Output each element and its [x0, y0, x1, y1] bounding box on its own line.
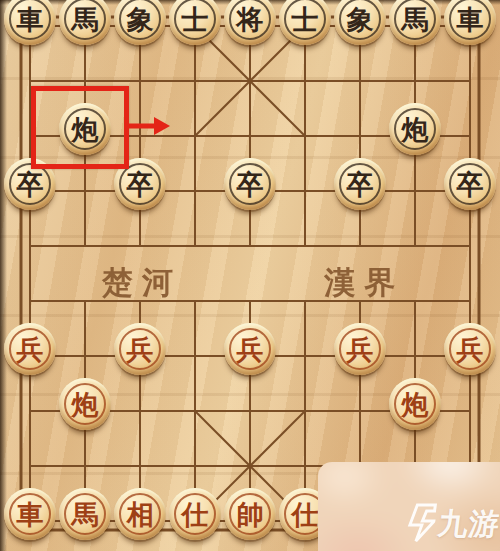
piece-red-仕[interactable]: 仕 [169, 488, 221, 540]
piece-glyph: 炮 [402, 391, 429, 418]
piece-glyph: 帥 [237, 501, 264, 528]
xiangqi-board-screenshot: 楚河 漢界 車馬象士将士象馬車炮炮卒卒卒卒卒兵兵兵兵兵炮炮車馬相仕帥仕相馬車 九… [0, 0, 500, 551]
piece-glyph: 象 [347, 6, 374, 33]
piece-glyph: 兵 [17, 336, 44, 363]
piece-black-卒[interactable]: 卒 [334, 158, 386, 210]
piece-black-炮[interactable]: 炮 [389, 103, 441, 155]
piece-glyph: 馬 [72, 501, 99, 528]
piece-red-兵[interactable]: 兵 [444, 323, 496, 375]
jiuyou-logo-icon [404, 503, 437, 545]
river-label-chu-he: 楚河 [102, 262, 182, 304]
piece-glyph: 将 [237, 6, 264, 33]
piece-glyph: 兵 [347, 336, 374, 363]
piece-glyph: 馬 [402, 6, 429, 33]
piece-glyph: 車 [457, 6, 484, 33]
piece-black-卒[interactable]: 卒 [224, 158, 276, 210]
piece-red-馬[interactable]: 馬 [59, 488, 111, 540]
piece-glyph: 炮 [402, 116, 429, 143]
piece-glyph: 士 [292, 6, 319, 33]
piece-red-炮[interactable]: 炮 [389, 378, 441, 430]
piece-red-兵[interactable]: 兵 [4, 323, 56, 375]
piece-glyph: 象 [127, 6, 154, 33]
piece-glyph: 士 [182, 6, 209, 33]
piece-red-相[interactable]: 相 [114, 488, 166, 540]
piece-glyph: 卒 [347, 171, 374, 198]
piece-glyph: 卒 [17, 171, 44, 198]
piece-glyph: 馬 [72, 6, 99, 33]
piece-red-兵[interactable]: 兵 [224, 323, 276, 375]
piece-glyph: 卒 [457, 171, 484, 198]
piece-glyph: 卒 [237, 171, 264, 198]
piece-glyph: 兵 [127, 336, 154, 363]
piece-red-兵[interactable]: 兵 [334, 323, 386, 375]
piece-red-兵[interactable]: 兵 [114, 323, 166, 375]
watermark: 九游 [404, 503, 500, 545]
piece-glyph: 兵 [237, 336, 264, 363]
piece-black-卒[interactable]: 卒 [444, 158, 496, 210]
piece-glyph: 炮 [72, 391, 99, 418]
move-arrow-icon [124, 116, 170, 136]
piece-red-車[interactable]: 車 [4, 488, 56, 540]
piece-glyph: 兵 [457, 336, 484, 363]
highlight-box [31, 86, 129, 169]
piece-glyph: 卒 [127, 171, 154, 198]
watermark-text: 九游 [436, 509, 500, 539]
board-left-edge [0, 0, 7, 551]
piece-glyph: 車 [17, 6, 44, 33]
piece-glyph: 車 [17, 501, 44, 528]
piece-red-帥[interactable]: 帥 [224, 488, 276, 540]
piece-red-炮[interactable]: 炮 [59, 378, 111, 430]
piece-glyph: 仕 [182, 501, 209, 528]
piece-glyph: 仕 [292, 501, 319, 528]
river-label-han-jie: 漢界 [324, 262, 404, 304]
piece-glyph: 相 [127, 501, 154, 528]
